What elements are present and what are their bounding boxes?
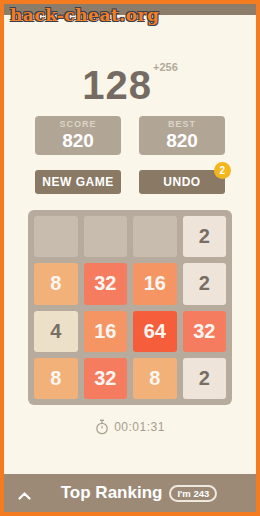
tile-32: 32 bbox=[84, 263, 128, 304]
tile-8: 8 bbox=[133, 358, 177, 399]
best-value: 820 bbox=[166, 130, 198, 152]
current-tile-value: 128 bbox=[82, 63, 152, 107]
top-ranking-title: Top Ranking bbox=[61, 483, 163, 503]
best-label: BEST bbox=[168, 119, 196, 129]
tile-2: 2 bbox=[183, 263, 227, 304]
tile-16: 16 bbox=[84, 311, 128, 352]
score-value: 820 bbox=[62, 130, 94, 152]
tile-2: 2 bbox=[183, 358, 227, 399]
tile-16: 16 bbox=[133, 263, 177, 304]
chevron-up-icon bbox=[18, 486, 31, 504]
score-gain: +256 bbox=[153, 62, 178, 73]
tile-2: 2 bbox=[183, 216, 227, 257]
top-ranking-bar[interactable]: Top Ranking I'm 243 bbox=[4, 474, 256, 512]
watermark: hack-cheat.org bbox=[10, 5, 159, 25]
undo-label: UNDO bbox=[163, 175, 200, 189]
undo-button[interactable]: UNDO 2 bbox=[139, 170, 225, 194]
score-box: SCORE 820 bbox=[35, 116, 121, 155]
empty-cell bbox=[84, 216, 128, 257]
tile-8: 8 bbox=[34, 263, 78, 304]
tile-8: 8 bbox=[34, 358, 78, 399]
timer-value: 00:01:31 bbox=[114, 420, 165, 434]
score-label: SCORE bbox=[59, 119, 96, 129]
stopwatch-icon bbox=[95, 419, 109, 435]
new-game-button[interactable]: NEW GAME bbox=[35, 170, 121, 194]
current-tile-header: 128+256 bbox=[4, 15, 256, 105]
empty-cell bbox=[34, 216, 78, 257]
tile-4: 4 bbox=[34, 311, 78, 352]
board-grid[interactable]: 2832162416643283282 bbox=[28, 210, 232, 405]
controls: NEW GAME UNDO 2 bbox=[35, 170, 225, 194]
tile-64: 64 bbox=[133, 311, 177, 352]
score-panel: SCORE 820 BEST 820 bbox=[35, 116, 225, 155]
tile-32: 32 bbox=[183, 311, 227, 352]
best-box: BEST 820 bbox=[139, 116, 225, 155]
tile-32: 32 bbox=[84, 358, 128, 399]
empty-cell bbox=[133, 216, 177, 257]
footer-center: Top Ranking I'm 243 bbox=[4, 483, 256, 503]
my-rank-badge: I'm 243 bbox=[169, 485, 217, 502]
undo-count-badge: 2 bbox=[214, 162, 231, 179]
timer: 00:01:31 bbox=[4, 419, 256, 435]
